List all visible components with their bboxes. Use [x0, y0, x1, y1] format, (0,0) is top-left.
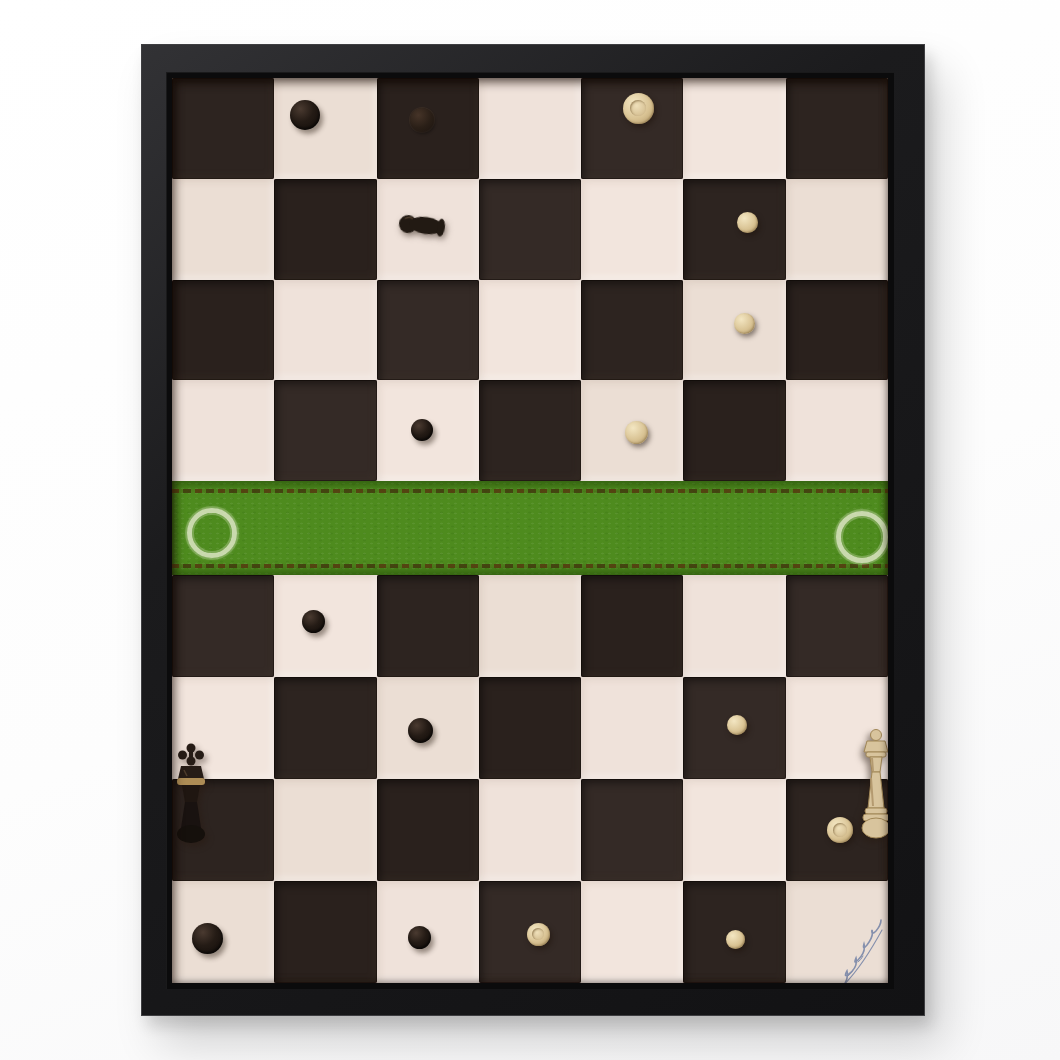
artist-signature	[828, 904, 888, 983]
cream-peg	[827, 817, 853, 843]
board-square	[479, 779, 581, 881]
board-square	[377, 779, 479, 881]
painting-canvas	[172, 78, 888, 983]
cream-peg	[734, 313, 755, 334]
board-square	[581, 677, 683, 779]
board-square	[683, 280, 785, 381]
cream-peg	[623, 93, 654, 124]
cream-peg	[527, 923, 550, 946]
cream-peg	[727, 715, 747, 735]
board-square	[581, 881, 683, 983]
picture-frame	[141, 44, 925, 1016]
black-peg	[290, 100, 320, 130]
green-band	[172, 481, 888, 575]
chalk-ring-right	[836, 511, 888, 563]
black-peg-faint	[410, 108, 434, 132]
cream-peg	[625, 421, 648, 444]
board-square	[479, 380, 581, 481]
board-top-half	[172, 78, 888, 481]
board-square	[172, 179, 274, 280]
board-square	[377, 280, 479, 381]
board-square	[479, 78, 581, 179]
board-square	[479, 179, 581, 280]
board-square	[274, 380, 376, 481]
black-peg	[411, 419, 433, 441]
board-square	[172, 78, 274, 179]
board-square	[479, 575, 581, 677]
black-king-piece	[174, 742, 208, 846]
board-square	[786, 78, 888, 179]
white-king-piece	[861, 728, 888, 840]
board-square	[274, 575, 376, 677]
board-square	[172, 280, 274, 381]
board-square	[274, 280, 376, 381]
board-square	[683, 380, 785, 481]
band-stitch-line-top	[172, 489, 888, 493]
board-square	[786, 179, 888, 280]
wall-background	[0, 0, 1060, 1060]
board-square	[172, 380, 274, 481]
board-square	[581, 779, 683, 881]
board-square	[274, 677, 376, 779]
black-peg	[302, 610, 325, 633]
black-peg	[408, 926, 431, 949]
board-square	[581, 179, 683, 280]
cream-peg	[737, 212, 758, 233]
cream-peg	[726, 930, 745, 949]
board-bottom-half	[172, 575, 888, 983]
board-square	[172, 575, 274, 677]
board-square	[377, 575, 479, 677]
board-square	[274, 78, 376, 179]
board-square	[786, 380, 888, 481]
board-square	[274, 881, 376, 983]
chalk-ring-left	[187, 508, 237, 558]
black-peg	[192, 923, 223, 954]
board-square	[274, 779, 376, 881]
board-square	[683, 78, 785, 179]
board-square	[683, 575, 785, 677]
band-stitch-line-bottom	[172, 564, 888, 568]
board-square	[581, 280, 683, 381]
board-square	[683, 179, 785, 280]
board-square	[479, 677, 581, 779]
board-square	[172, 881, 274, 983]
board-square	[683, 779, 785, 881]
black-peg	[408, 718, 433, 743]
board-square	[786, 280, 888, 381]
board-square	[786, 575, 888, 677]
board-square	[274, 179, 376, 280]
board-square	[581, 575, 683, 677]
board-square	[479, 280, 581, 381]
